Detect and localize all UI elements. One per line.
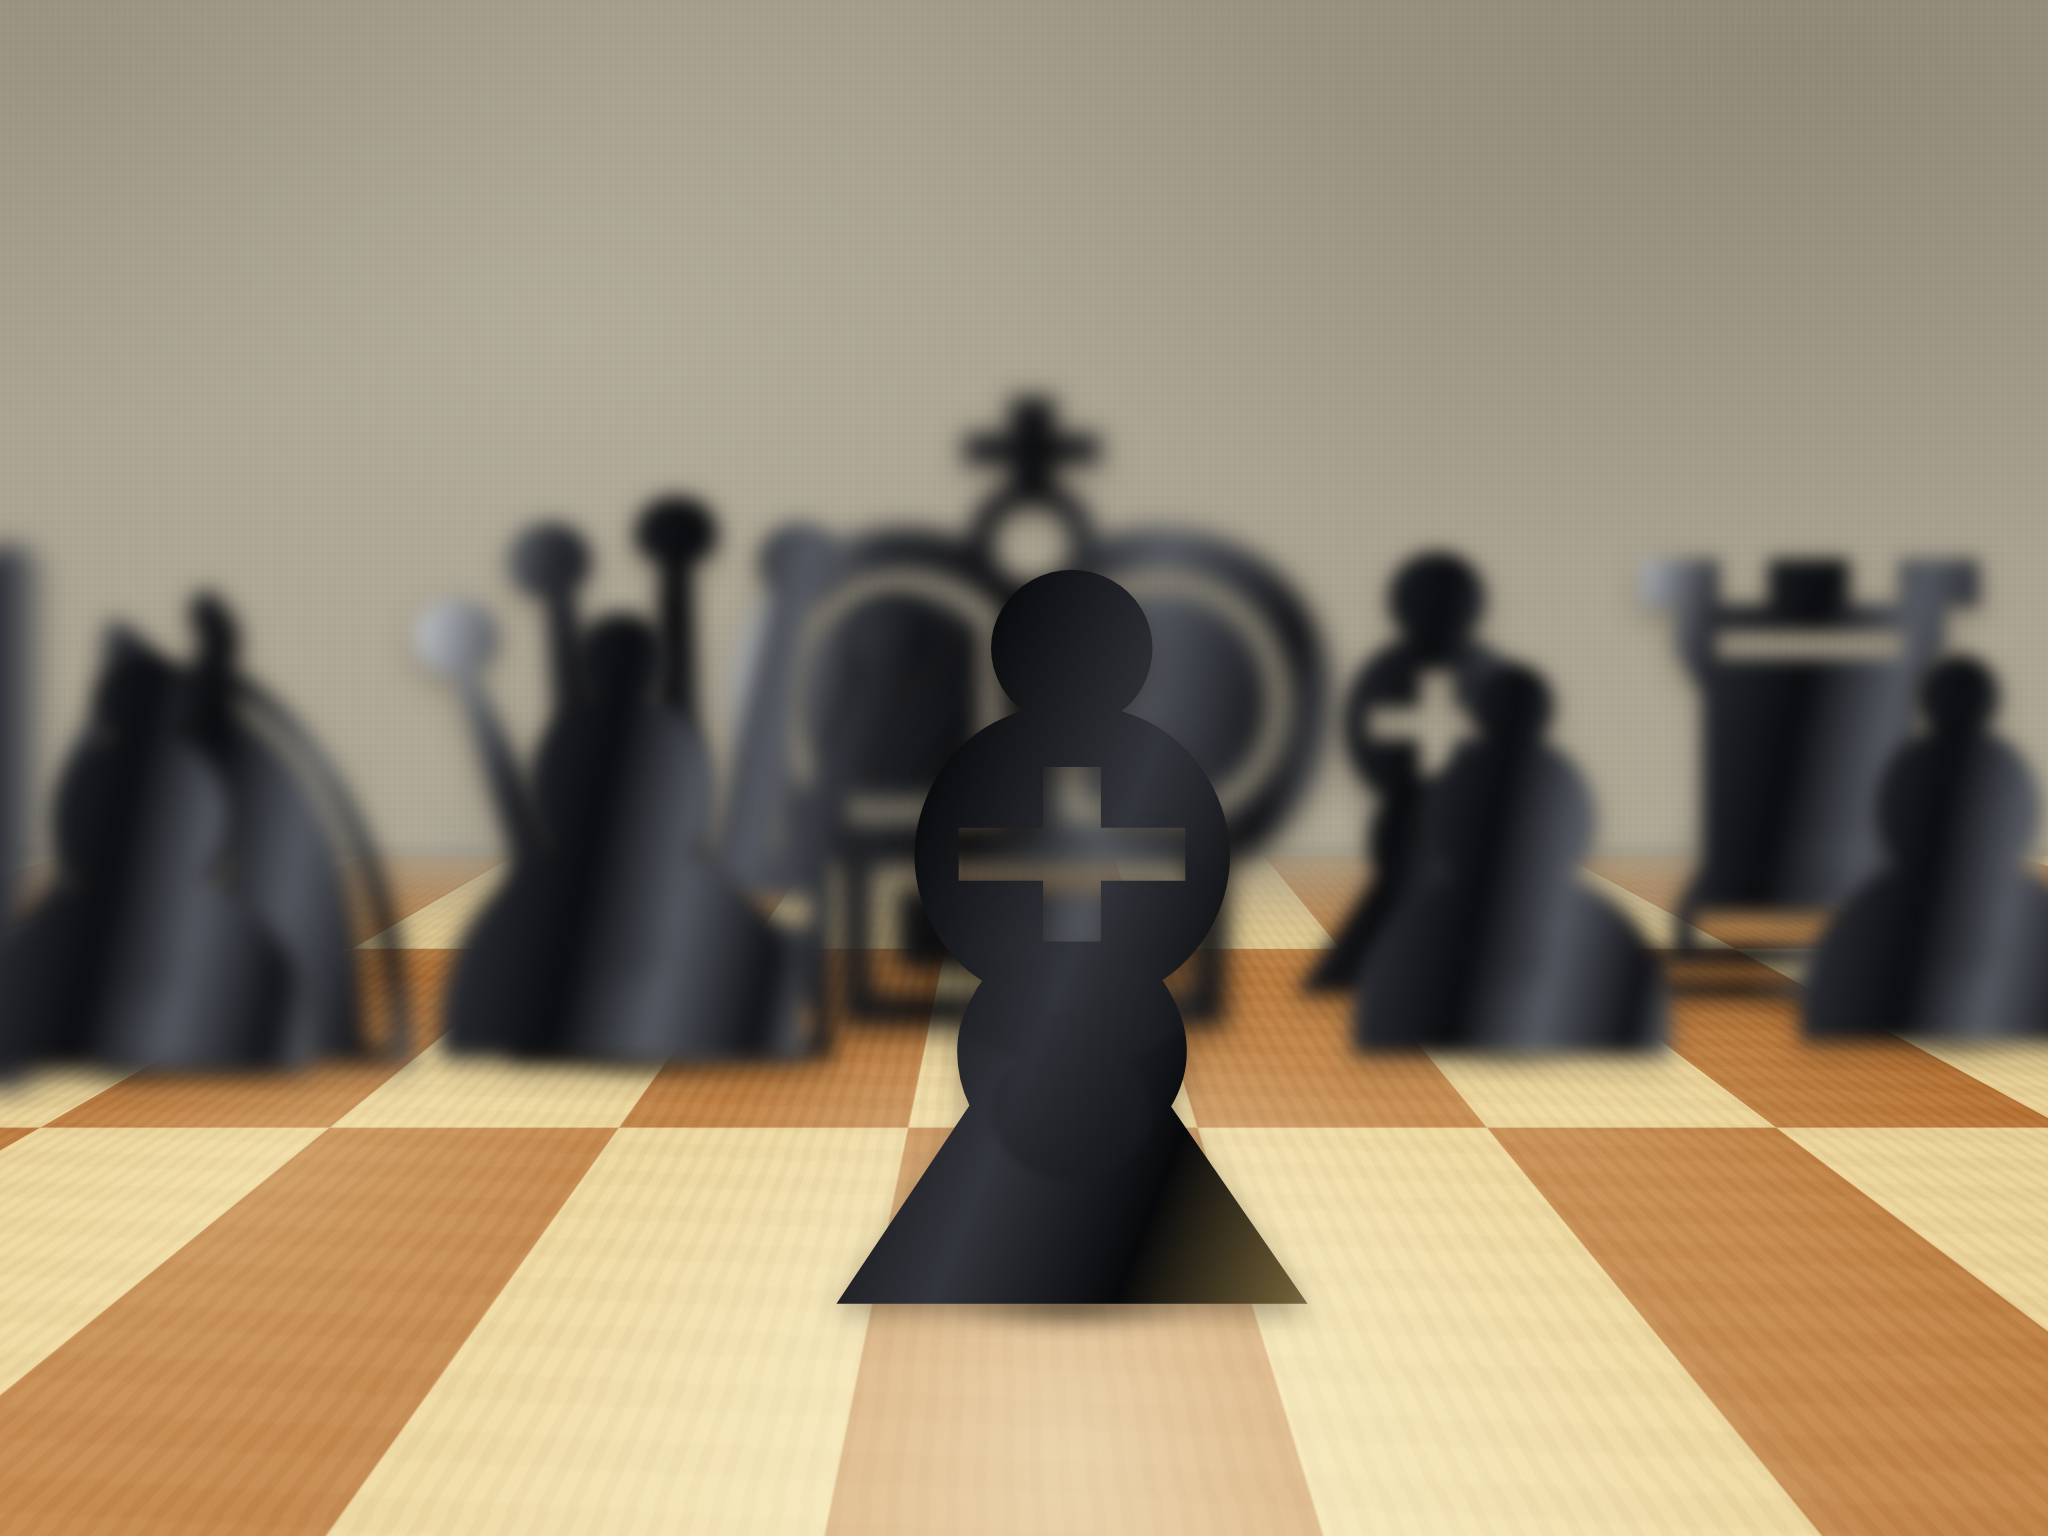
piece-bishop-e3: ♝♝ bbox=[622, 303, 1523, 1308]
pawn-reflection: ♟ bbox=[1720, 578, 2048, 1029]
pawn-reflection: ♟ bbox=[0, 570, 396, 1055]
piece-pawn-a4: ♟♟ bbox=[0, 502, 396, 1072]
pieces-layer: ♟♟♞♞♟♟♛♛♚♚♝♝♝♝♟♟♜♜♟♟ bbox=[0, 0, 2048, 1536]
chess-photo-scene: ♟♟♞♞♟♟♛♛♚♚♝♝♝♝♟♟♜♜♟♟ bbox=[0, 0, 2048, 1536]
bishop-reflection: ♝ bbox=[622, 424, 1523, 1278]
piece-pawn-h4: ♟♟ bbox=[1720, 514, 2048, 1044]
